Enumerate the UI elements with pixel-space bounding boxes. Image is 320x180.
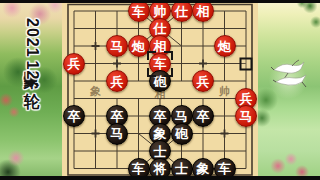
- piece-red-兵-6-4[interactable]: 兵: [192, 70, 214, 92]
- piece-red-兵-0-3[interactable]: 兵: [63, 53, 85, 75]
- piece-black-砲-4-4[interactable]: 砲: [149, 70, 171, 92]
- piece-red-马-2-2[interactable]: 马: [106, 35, 128, 57]
- letterbox-top: [0, 0, 320, 3]
- xiangqi-thumbnail: 2021象甲第12轮 象相帅 车帅仕相仕马炮相炮兵车兵兵兵马砲卒卒卒马卒马象砲士…: [0, 0, 320, 180]
- piece-black-马-2-7[interactable]: 马: [106, 123, 128, 145]
- piece-red-炮-7-2[interactable]: 炮: [214, 35, 236, 57]
- piece-black-卒-6-6[interactable]: 卒: [192, 105, 214, 127]
- piece-black-卒-0-6[interactable]: 卒: [63, 105, 85, 127]
- event-title: 2021象甲第12轮: [21, 18, 42, 81]
- crane-icon: [268, 52, 310, 92]
- piece-red-炮-3-2[interactable]: 炮: [128, 35, 150, 57]
- left-banner-art: 2021象甲第12轮: [0, 0, 62, 180]
- move-from-square-marker: [240, 57, 253, 70]
- ghost-帅: 帅: [219, 84, 230, 99]
- piece-red-车-3-0[interactable]: 车: [128, 0, 150, 22]
- xiangqi-board[interactable]: 象相帅 车帅仕相仕马炮相炮兵车兵兵兵马砲卒卒卒马卒马象砲士车将士象车: [62, 0, 258, 180]
- right-banner-art: 许银川 李少庚: [258, 0, 320, 180]
- letterbox-bottom: [0, 176, 320, 180]
- piece-red-仕-5-0[interactable]: 仕: [171, 0, 193, 22]
- piece-black-砲-5-7[interactable]: 砲: [171, 123, 193, 145]
- piece-red-马-8-6[interactable]: 马: [235, 105, 257, 127]
- ghost-象: 象: [90, 84, 101, 99]
- piece-red-兵-2-4[interactable]: 兵: [106, 70, 128, 92]
- piece-red-相-6-0[interactable]: 相: [192, 0, 214, 22]
